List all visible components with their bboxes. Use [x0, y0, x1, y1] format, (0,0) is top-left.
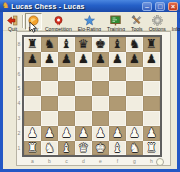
square-b8[interactable]: ♞ — [41, 37, 58, 52]
square-h8[interactable]: ♜ — [143, 37, 160, 52]
black-pawn: ♟ — [112, 52, 123, 66]
turn-indicator-white — [156, 158, 164, 166]
square-a7[interactable]: ♟ — [24, 52, 41, 67]
white-pawn: ♟ — [61, 126, 72, 140]
square-h3[interactable] — [143, 111, 160, 126]
square-d6[interactable] — [75, 67, 92, 82]
file-label-d: d — [75, 158, 92, 164]
square-a8[interactable]: ♜ — [24, 37, 41, 52]
square-c6[interactable] — [58, 67, 75, 82]
square-f6[interactable] — [109, 67, 126, 82]
square-c7[interactable]: ♟ — [58, 52, 75, 67]
chess-board-frame: ♜♞♝♛♚♝♞♜♟♟♟♟♟♟♟♟♟♟♟♟♟♟♟♟♜♞♝♛♚♝♞♜ — [22, 35, 162, 157]
file-label-b: b — [41, 158, 58, 164]
black-knight: ♞ — [129, 37, 140, 51]
square-e8[interactable]: ♚ — [92, 37, 109, 52]
black-rook: ♜ — [146, 37, 157, 51]
toolbar-button-training[interactable]: Training — [104, 13, 128, 30]
chess-board: ♜♞♝♛♚♝♞♜♟♟♟♟♟♟♟♟♟♟♟♟♟♟♟♟♜♞♝♛♚♝♞♜ — [24, 37, 160, 155]
white-rook: ♜ — [27, 141, 38, 155]
square-g2[interactable]: ♟ — [126, 126, 143, 141]
white-pawn: ♟ — [112, 126, 123, 140]
black-pawn: ♟ — [146, 52, 157, 66]
square-d5[interactable] — [75, 81, 92, 96]
square-e3[interactable] — [92, 111, 109, 126]
toolbar-button-information[interactable]: Information — [169, 13, 180, 30]
black-bishop: ♝ — [61, 37, 72, 51]
black-pawn: ♟ — [44, 52, 55, 66]
square-c2[interactable]: ♟ — [58, 126, 75, 141]
file-label-e: e — [92, 158, 109, 164]
square-h6[interactable] — [143, 67, 160, 82]
toolbar-button-tools[interactable]: Tools — [128, 13, 146, 30]
file-label-g: g — [126, 158, 143, 164]
square-g7[interactable]: ♟ — [126, 52, 143, 67]
square-d7[interactable]: ♟ — [75, 52, 92, 67]
black-pawn: ♟ — [95, 52, 106, 66]
square-a6[interactable] — [24, 67, 41, 82]
white-rook: ♜ — [146, 141, 157, 155]
white-queen: ♛ — [78, 141, 89, 155]
toolbar-button-quit[interactable]: Quit — [4, 13, 21, 30]
file-labels: abcdefgh — [24, 158, 160, 164]
lucas-chess-window: ♞ Lucas Chess - Lucas – □ × QuitPlayComp… — [0, 0, 180, 172]
elo-star-icon — [84, 15, 95, 26]
square-e5[interactable] — [92, 81, 109, 96]
close-button[interactable]: × — [168, 2, 178, 11]
white-pawn: ♟ — [146, 126, 157, 140]
black-pawn: ♟ — [129, 52, 140, 66]
square-d3[interactable] — [75, 111, 92, 126]
square-b5[interactable] — [41, 81, 58, 96]
black-king: ♚ — [95, 37, 106, 51]
square-f8[interactable]: ♝ — [109, 37, 126, 52]
square-a4[interactable] — [24, 96, 41, 111]
square-f2[interactable]: ♟ — [109, 126, 126, 141]
competition-icon — [53, 15, 64, 26]
black-pawn: ♟ — [61, 52, 72, 66]
square-f3[interactable] — [109, 111, 126, 126]
white-pawn: ♟ — [44, 126, 55, 140]
black-knight: ♞ — [44, 37, 55, 51]
square-c5[interactable] — [58, 81, 75, 96]
square-a2[interactable]: ♟ — [24, 126, 41, 141]
app-icon: ♞ — [2, 2, 9, 10]
file-label-c: c — [58, 158, 75, 164]
square-f1[interactable]: ♝ — [109, 141, 126, 156]
square-g8[interactable]: ♞ — [126, 37, 143, 52]
square-e7[interactable]: ♟ — [92, 52, 109, 67]
white-bishop: ♝ — [112, 141, 123, 155]
square-d1[interactable]: ♛ — [75, 141, 92, 156]
toolbar-button-options[interactable]: Options — [146, 13, 169, 30]
tools-icon — [131, 15, 142, 26]
square-b3[interactable] — [41, 111, 58, 126]
square-h7[interactable]: ♟ — [143, 52, 160, 67]
square-c4[interactable] — [58, 96, 75, 111]
white-pawn: ♟ — [95, 126, 106, 140]
square-f4[interactable] — [109, 96, 126, 111]
window-title: Lucas Chess - Lucas — [11, 3, 139, 10]
training-board-icon — [110, 15, 121, 26]
square-c1[interactable]: ♝ — [58, 141, 75, 156]
white-king: ♚ — [95, 141, 106, 155]
toolbar-label-information: Information — [172, 26, 180, 32]
black-queen: ♛ — [78, 37, 89, 51]
square-g6[interactable] — [126, 67, 143, 82]
black-bishop: ♝ — [112, 37, 123, 51]
square-h2[interactable]: ♟ — [143, 126, 160, 141]
toolbar-button-competition[interactable]: Competition — [42, 13, 75, 30]
square-d4[interactable] — [75, 96, 92, 111]
square-e2[interactable]: ♟ — [92, 126, 109, 141]
minimize-button[interactable]: – — [142, 2, 152, 11]
square-f5[interactable] — [109, 81, 126, 96]
maximize-button[interactable]: □ — [155, 2, 165, 11]
square-e4[interactable] — [92, 96, 109, 111]
square-b4[interactable] — [41, 96, 58, 111]
square-e6[interactable] — [92, 67, 109, 82]
white-pawn: ♟ — [27, 126, 38, 140]
title-bar[interactable]: ♞ Lucas Chess - Lucas – □ × — [0, 0, 180, 12]
square-d2[interactable]: ♟ — [75, 126, 92, 141]
info-icon — [179, 15, 180, 26]
square-d8[interactable]: ♛ — [75, 37, 92, 52]
white-pawn: ♟ — [129, 126, 140, 140]
square-c8[interactable]: ♝ — [58, 37, 75, 52]
square-b7[interactable]: ♟ — [41, 52, 58, 67]
black-rook: ♜ — [27, 37, 38, 51]
white-knight: ♞ — [44, 141, 55, 155]
square-h4[interactable] — [143, 96, 160, 111]
square-a5[interactable] — [24, 81, 41, 96]
square-a1[interactable]: ♜ — [24, 141, 41, 156]
gear-icon — [152, 15, 163, 26]
exit-icon — [7, 15, 18, 26]
square-c3[interactable] — [58, 111, 75, 126]
square-b6[interactable] — [41, 67, 58, 82]
square-g5[interactable] — [126, 81, 143, 96]
square-b2[interactable]: ♟ — [41, 126, 58, 141]
file-label-f: f — [109, 158, 126, 164]
square-g4[interactable] — [126, 96, 143, 111]
square-e1[interactable]: ♚ — [92, 141, 109, 156]
square-b1[interactable]: ♞ — [41, 141, 58, 156]
file-label-a: a — [24, 158, 41, 164]
toolbar-button-elo-rating[interactable]: Elo-Rating — [75, 13, 104, 30]
white-knight: ♞ — [129, 141, 140, 155]
square-f7[interactable]: ♟ — [109, 52, 126, 67]
white-bishop: ♝ — [61, 141, 72, 155]
black-pawn: ♟ — [27, 52, 38, 66]
black-pawn: ♟ — [78, 52, 89, 66]
toolbar-separator — [22, 15, 24, 28]
square-h5[interactable] — [143, 81, 160, 96]
mouse-cursor — [29, 22, 37, 33]
square-g1[interactable]: ♞ — [126, 141, 143, 156]
square-h1[interactable]: ♜ — [143, 141, 160, 156]
square-a3[interactable] — [24, 111, 41, 126]
square-g3[interactable] — [126, 111, 143, 126]
white-pawn: ♟ — [78, 126, 89, 140]
